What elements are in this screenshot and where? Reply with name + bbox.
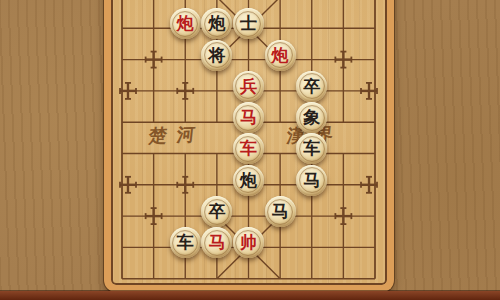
point-i8[interactable] bbox=[359, 43, 391, 74]
piece-black-general[interactable]: 将 bbox=[201, 40, 232, 71]
point-f1[interactable] bbox=[264, 263, 296, 294]
piece-black-horse[interactable]: 马 bbox=[296, 165, 327, 196]
point-f8[interactable]: 炮 bbox=[264, 43, 296, 74]
point-i1[interactable] bbox=[359, 263, 391, 294]
point-i2[interactable] bbox=[359, 231, 391, 262]
point-h7[interactable] bbox=[328, 75, 360, 106]
point-g10[interactable] bbox=[296, 0, 328, 12]
piece-glyph: 兵 bbox=[240, 78, 257, 95]
piece-glyph: 将 bbox=[208, 47, 225, 64]
piece-black-horse[interactable]: 马 bbox=[265, 196, 296, 227]
point-f5[interactable] bbox=[264, 137, 296, 168]
point-d1[interactable] bbox=[201, 263, 233, 294]
point-a10[interactable] bbox=[106, 0, 138, 12]
piece-black-soldier[interactable]: 卒 bbox=[201, 196, 232, 227]
point-e9[interactable]: 士 bbox=[233, 12, 265, 43]
point-f10[interactable] bbox=[264, 0, 296, 12]
point-i10[interactable] bbox=[359, 0, 391, 12]
point-d8[interactable]: 将 bbox=[201, 43, 233, 74]
piece-glyph: 象 bbox=[303, 109, 320, 126]
piece-red-general[interactable]: 帅 bbox=[233, 227, 264, 258]
point-f7[interactable] bbox=[264, 75, 296, 106]
point-a6[interactable] bbox=[106, 106, 138, 137]
point-b9[interactable] bbox=[138, 12, 170, 43]
point-g4[interactable]: 马 bbox=[296, 169, 328, 200]
piece-black-advisor[interactable]: 士 bbox=[233, 8, 264, 39]
piece-red-chariot[interactable]: 车 bbox=[233, 133, 264, 164]
point-c8[interactable] bbox=[169, 43, 201, 74]
piece-glyph: 炮 bbox=[177, 15, 194, 32]
point-c9[interactable]: 炮 bbox=[169, 12, 201, 43]
point-h9[interactable] bbox=[328, 12, 360, 43]
point-f2[interactable] bbox=[264, 231, 296, 262]
point-h8[interactable] bbox=[328, 43, 360, 74]
point-i9[interactable] bbox=[359, 12, 391, 43]
point-i3[interactable] bbox=[359, 200, 391, 231]
piece-glyph: 马 bbox=[303, 172, 320, 189]
piece-glyph: 帅 bbox=[240, 234, 257, 251]
point-f6[interactable] bbox=[264, 106, 296, 137]
point-b4[interactable] bbox=[138, 169, 170, 200]
piece-glyph: 车 bbox=[240, 140, 257, 157]
point-e2[interactable]: 帅 bbox=[233, 231, 265, 262]
point-b10[interactable] bbox=[138, 0, 170, 12]
piece-black-chariot[interactable]: 车 bbox=[296, 133, 327, 164]
point-a3[interactable] bbox=[106, 200, 138, 231]
point-c7[interactable] bbox=[169, 75, 201, 106]
point-a2[interactable] bbox=[106, 231, 138, 262]
point-b6[interactable] bbox=[138, 106, 170, 137]
piece-glyph: 卒 bbox=[208, 203, 225, 220]
piece-glyph: 车 bbox=[177, 234, 194, 251]
piece-glyph: 士 bbox=[240, 15, 257, 32]
point-h6[interactable] bbox=[328, 106, 360, 137]
piece-black-soldier[interactable]: 卒 bbox=[296, 71, 327, 102]
piece-red-soldier[interactable]: 兵 bbox=[233, 71, 264, 102]
point-h1[interactable] bbox=[328, 263, 360, 294]
piece-glyph: 卒 bbox=[303, 78, 320, 95]
piece-red-cannon[interactable]: 炮 bbox=[265, 40, 296, 71]
point-a4[interactable] bbox=[106, 169, 138, 200]
point-b1[interactable] bbox=[138, 263, 170, 294]
point-h10[interactable] bbox=[328, 0, 360, 12]
point-a9[interactable] bbox=[106, 12, 138, 43]
point-a8[interactable] bbox=[106, 43, 138, 74]
xiangqi-board: 楚河 漢界 炮炮士将炮兵卒马象车车炮马卒马车马帅 bbox=[104, 0, 394, 292]
piece-glyph: 马 bbox=[208, 234, 225, 251]
point-g2[interactable] bbox=[296, 231, 328, 262]
piece-black-elephant[interactable]: 象 bbox=[296, 102, 327, 133]
point-d6[interactable] bbox=[201, 106, 233, 137]
point-c1[interactable] bbox=[169, 263, 201, 294]
piece-red-cannon[interactable]: 炮 bbox=[170, 8, 201, 39]
screen: 楚河 漢界 炮炮士将炮兵卒马象车车炮马卒马车马帅 bbox=[0, 0, 500, 300]
point-g1[interactable] bbox=[296, 263, 328, 294]
point-b2[interactable] bbox=[138, 231, 170, 262]
point-h2[interactable] bbox=[328, 231, 360, 262]
piece-black-cannon[interactable]: 炮 bbox=[201, 8, 232, 39]
point-e4[interactable]: 炮 bbox=[233, 169, 265, 200]
piece-glyph: 马 bbox=[272, 203, 289, 220]
point-g3[interactable] bbox=[296, 200, 328, 231]
point-h3[interactable] bbox=[328, 200, 360, 231]
point-d2[interactable]: 马 bbox=[201, 231, 233, 262]
point-c2[interactable]: 车 bbox=[169, 231, 201, 262]
point-c4[interactable] bbox=[169, 169, 201, 200]
point-a7[interactable] bbox=[106, 75, 138, 106]
board-points: 炮炮士将炮兵卒马象车车炮马卒马车马帅 bbox=[106, 0, 391, 294]
point-g9[interactable] bbox=[296, 12, 328, 43]
point-c5[interactable] bbox=[169, 137, 201, 168]
piece-black-cannon[interactable]: 炮 bbox=[233, 165, 264, 196]
point-b8[interactable] bbox=[138, 43, 170, 74]
point-a5[interactable] bbox=[106, 137, 138, 168]
piece-glyph: 炮 bbox=[240, 172, 257, 189]
point-i5[interactable] bbox=[359, 137, 391, 168]
point-i6[interactable] bbox=[359, 106, 391, 137]
point-h4[interactable] bbox=[328, 169, 360, 200]
point-i7[interactable] bbox=[359, 75, 391, 106]
piece-glyph: 炮 bbox=[272, 47, 289, 64]
piece-red-horse[interactable]: 马 bbox=[201, 227, 232, 258]
point-c6[interactable] bbox=[169, 106, 201, 137]
point-b5[interactable] bbox=[138, 137, 170, 168]
point-d7[interactable] bbox=[201, 75, 233, 106]
piece-glyph: 炮 bbox=[208, 15, 225, 32]
point-f3[interactable]: 马 bbox=[264, 200, 296, 231]
point-a1[interactable] bbox=[106, 263, 138, 294]
point-h5[interactable] bbox=[328, 137, 360, 168]
piece-black-chariot[interactable]: 车 bbox=[170, 227, 201, 258]
point-i4[interactable] bbox=[359, 169, 391, 200]
point-b7[interactable] bbox=[138, 75, 170, 106]
piece-red-horse[interactable]: 马 bbox=[233, 102, 264, 133]
piece-glyph: 马 bbox=[240, 109, 257, 126]
piece-glyph: 车 bbox=[303, 140, 320, 157]
point-d5[interactable] bbox=[201, 137, 233, 168]
point-b3[interactable] bbox=[138, 200, 170, 231]
table-edge bbox=[0, 291, 500, 300]
point-e1[interactable] bbox=[233, 263, 265, 294]
